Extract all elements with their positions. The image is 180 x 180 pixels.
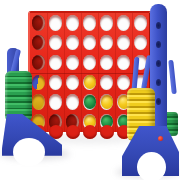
board-hole bbox=[32, 75, 45, 91]
board-hole bbox=[66, 15, 79, 31]
green-disc bbox=[84, 95, 96, 109]
board-hole bbox=[66, 94, 79, 110]
cell-c2-r2 bbox=[47, 33, 64, 53]
board-hole bbox=[66, 35, 79, 51]
giant-connect-four-photo bbox=[0, 0, 180, 180]
board-hole bbox=[100, 35, 113, 51]
cell-c7-r1 bbox=[132, 13, 149, 33]
board-bottom-scallop bbox=[66, 125, 80, 139]
board-hole bbox=[49, 55, 62, 71]
post-hole-icon bbox=[156, 22, 161, 29]
board-hole bbox=[83, 94, 96, 110]
board-hole bbox=[83, 35, 96, 51]
cell-c4-r1 bbox=[81, 13, 98, 33]
board-hole bbox=[117, 15, 130, 31]
board-hole bbox=[100, 15, 113, 31]
board-hole bbox=[66, 75, 79, 91]
board-hole bbox=[32, 35, 45, 51]
cell-c4-r5 bbox=[81, 92, 98, 112]
right-back-peg-icon bbox=[168, 60, 177, 94]
cell-c4-r2 bbox=[81, 33, 98, 53]
cell-c3-r3 bbox=[64, 53, 81, 73]
cell-c1-r1 bbox=[30, 13, 47, 33]
cell-c1-r5 bbox=[30, 92, 47, 112]
board-seam bbox=[30, 73, 149, 74]
board-hole bbox=[32, 55, 45, 71]
post-hole-icon bbox=[156, 79, 161, 86]
post-hole-icon bbox=[156, 60, 161, 67]
cell-c5-r3 bbox=[98, 53, 115, 73]
cell-c3-r4 bbox=[64, 73, 81, 93]
yellow-disc bbox=[84, 75, 96, 89]
left-leg-arch-cutout bbox=[13, 138, 45, 166]
board-bottom-scallop bbox=[83, 125, 97, 139]
right-leg-arch-cutout bbox=[137, 152, 166, 180]
cell-c6-r1 bbox=[115, 13, 132, 33]
board-hole bbox=[117, 75, 130, 91]
board-hole bbox=[134, 35, 147, 51]
board-hole bbox=[32, 94, 45, 110]
cell-c5-r1 bbox=[98, 13, 115, 33]
cell-c5-r5 bbox=[98, 92, 115, 112]
cell-c2-r5 bbox=[47, 92, 64, 112]
board-hole bbox=[117, 55, 130, 71]
cell-c4-r3 bbox=[81, 53, 98, 73]
cell-c6-r3 bbox=[115, 53, 132, 73]
board-hole bbox=[83, 55, 96, 71]
cell-c6-r2 bbox=[115, 33, 132, 53]
board-hole bbox=[66, 55, 79, 71]
cell-c1-r3 bbox=[30, 53, 47, 73]
red-knob-icon bbox=[158, 136, 163, 141]
board-hole bbox=[100, 55, 113, 71]
board-hole bbox=[134, 15, 147, 31]
post-hole-icon bbox=[156, 41, 161, 48]
board-hole bbox=[83, 15, 96, 31]
board-hole bbox=[117, 35, 130, 51]
cell-c3-r5 bbox=[64, 92, 81, 112]
board-hole bbox=[100, 94, 113, 110]
board-hole bbox=[100, 75, 113, 91]
cell-c1-r4 bbox=[30, 73, 47, 93]
cell-c4-r4 bbox=[81, 73, 98, 93]
yellow-disc bbox=[101, 95, 113, 109]
board-hole bbox=[49, 94, 62, 110]
cell-c2-r1 bbox=[47, 13, 64, 33]
cell-c7-r2 bbox=[132, 33, 149, 53]
cell-c3-r2 bbox=[64, 33, 81, 53]
cell-c5-r4 bbox=[98, 73, 115, 93]
cell-c1-r2 bbox=[30, 33, 47, 53]
post-hole-icon bbox=[156, 98, 161, 105]
cell-c3-r1 bbox=[64, 13, 81, 33]
cell-c2-r4 bbox=[47, 73, 64, 93]
board-hole bbox=[49, 75, 62, 91]
board-hole bbox=[49, 35, 62, 51]
cell-c5-r2 bbox=[98, 33, 115, 53]
board-hole bbox=[49, 15, 62, 31]
board-bottom-scallop bbox=[100, 125, 114, 139]
cell-c2-r3 bbox=[47, 53, 64, 73]
board-hole bbox=[32, 15, 45, 31]
board-hole bbox=[83, 75, 96, 91]
